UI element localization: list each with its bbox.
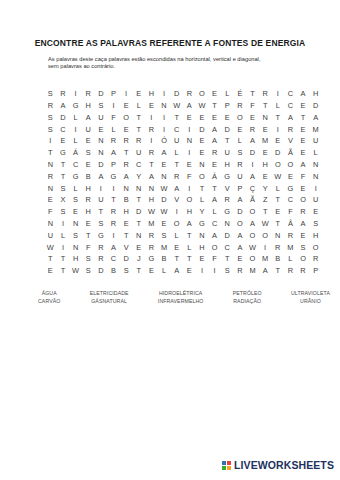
- grid-cell[interactable]: E: [145, 100, 158, 112]
- grid-cell[interactable]: A: [158, 147, 171, 159]
- grid-cell[interactable]: E: [145, 265, 158, 277]
- grid-cell[interactable]: A: [234, 230, 247, 242]
- grid-cell[interactable]: P: [309, 265, 322, 277]
- grid-cell[interactable]: W: [145, 206, 158, 218]
- grid-cell[interactable]: H: [309, 88, 322, 100]
- grid-cell[interactable]: N: [259, 112, 272, 124]
- grid-cell[interactable]: C: [132, 159, 145, 171]
- grid-cell[interactable]: E: [297, 100, 310, 112]
- grid-cell[interactable]: O: [271, 159, 284, 171]
- grid-cell[interactable]: N: [158, 171, 171, 183]
- grid-cell[interactable]: E: [221, 112, 234, 124]
- grid-cell[interactable]: A: [297, 218, 310, 230]
- grid-cell[interactable]: I: [120, 88, 133, 100]
- grid-cell[interactable]: E: [259, 123, 272, 135]
- grid-cell[interactable]: A: [95, 171, 108, 183]
- grid-cell[interactable]: T: [259, 100, 272, 112]
- grid-cell[interactable]: A: [183, 218, 196, 230]
- grid-cell[interactable]: N: [309, 159, 322, 171]
- grid-cell[interactable]: N: [95, 147, 108, 159]
- grid-cell[interactable]: T: [170, 253, 183, 265]
- grid-cell[interactable]: W: [44, 241, 57, 253]
- grid-cell[interactable]: J: [132, 253, 145, 265]
- grid-cell[interactable]: Ã: [246, 194, 259, 206]
- grid-cell[interactable]: R: [82, 194, 95, 206]
- grid-cell[interactable]: I: [57, 241, 70, 253]
- grid-cell[interactable]: G: [69, 100, 82, 112]
- grid-cell[interactable]: G: [95, 230, 108, 242]
- grid-cell[interactable]: T: [183, 230, 196, 242]
- word-grid[interactable]: SRIRDPIEHIDROELÉTRICAHRAGHSIELENWAWTPRFT…: [44, 88, 322, 277]
- grid-cell[interactable]: N: [145, 182, 158, 194]
- grid-cell[interactable]: I: [95, 182, 108, 194]
- grid-cell[interactable]: T: [132, 194, 145, 206]
- grid-cell[interactable]: D: [246, 147, 259, 159]
- grid-cell[interactable]: M: [145, 218, 158, 230]
- grid-cell[interactable]: S: [57, 182, 70, 194]
- grid-cell[interactable]: G: [196, 218, 209, 230]
- grid-cell[interactable]: E: [132, 88, 145, 100]
- grid-cell[interactable]: O: [297, 253, 310, 265]
- grid-cell[interactable]: L: [158, 265, 171, 277]
- grid-cell[interactable]: D: [120, 253, 133, 265]
- grid-cell[interactable]: E: [208, 159, 221, 171]
- grid-cell[interactable]: W: [69, 265, 82, 277]
- grid-cell[interactable]: E: [297, 135, 310, 147]
- grid-cell[interactable]: E: [271, 206, 284, 218]
- grid-cell[interactable]: I: [69, 123, 82, 135]
- grid-cell[interactable]: T: [259, 206, 272, 218]
- grid-cell[interactable]: L: [107, 123, 120, 135]
- grid-cell[interactable]: R: [107, 218, 120, 230]
- grid-cell[interactable]: A: [246, 171, 259, 183]
- grid-cell[interactable]: R: [107, 206, 120, 218]
- grid-cell[interactable]: I: [259, 241, 272, 253]
- grid-cell[interactable]: S: [44, 112, 57, 124]
- grid-cell[interactable]: N: [158, 100, 171, 112]
- grid-cell[interactable]: G: [284, 182, 297, 194]
- grid-cell[interactable]: I: [145, 135, 158, 147]
- grid-cell[interactable]: T: [57, 159, 70, 171]
- grid-cell[interactable]: I: [208, 265, 221, 277]
- grid-cell[interactable]: O: [284, 159, 297, 171]
- grid-cell[interactable]: E: [271, 135, 284, 147]
- grid-cell[interactable]: E: [208, 112, 221, 124]
- grid-cell[interactable]: I: [170, 206, 183, 218]
- grid-cell[interactable]: S: [57, 206, 70, 218]
- grid-cell[interactable]: R: [120, 135, 133, 147]
- grid-cell[interactable]: M: [259, 135, 272, 147]
- grid-cell[interactable]: E: [183, 159, 196, 171]
- grid-cell[interactable]: H: [221, 159, 234, 171]
- grid-cell[interactable]: P: [221, 100, 234, 112]
- grid-cell[interactable]: R: [259, 88, 272, 100]
- grid-cell[interactable]: R: [297, 206, 310, 218]
- grid-cell[interactable]: I: [107, 230, 120, 242]
- grid-cell[interactable]: U: [132, 147, 145, 159]
- grid-cell[interactable]: S: [158, 230, 171, 242]
- grid-cell[interactable]: S: [309, 218, 322, 230]
- grid-cell[interactable]: I: [107, 100, 120, 112]
- grid-cell[interactable]: T: [132, 265, 145, 277]
- grid-cell[interactable]: N: [132, 182, 145, 194]
- grid-cell[interactable]: L: [208, 206, 221, 218]
- grid-cell[interactable]: H: [196, 241, 209, 253]
- grid-cell[interactable]: T: [271, 218, 284, 230]
- grid-cell[interactable]: C: [107, 253, 120, 265]
- grid-cell[interactable]: D: [170, 88, 183, 100]
- grid-cell[interactable]: C: [284, 88, 297, 100]
- grid-cell[interactable]: A: [57, 100, 70, 112]
- grid-cell[interactable]: X: [57, 194, 70, 206]
- grid-cell[interactable]: D: [95, 159, 108, 171]
- grid-cell[interactable]: W: [246, 241, 259, 253]
- grid-cell[interactable]: I: [246, 159, 259, 171]
- grid-cell[interactable]: R: [234, 100, 247, 112]
- grid-cell[interactable]: L: [309, 147, 322, 159]
- grid-cell[interactable]: R: [271, 241, 284, 253]
- grid-cell[interactable]: L: [196, 194, 209, 206]
- grid-cell[interactable]: P: [107, 159, 120, 171]
- grid-cell[interactable]: A: [259, 265, 272, 277]
- grid-cell[interactable]: I: [196, 265, 209, 277]
- grid-cell[interactable]: L: [170, 147, 183, 159]
- grid-cell[interactable]: T: [170, 112, 183, 124]
- grid-cell[interactable]: A: [284, 112, 297, 124]
- grid-cell[interactable]: A: [107, 241, 120, 253]
- grid-cell[interactable]: D: [221, 123, 234, 135]
- grid-cell[interactable]: A: [234, 194, 247, 206]
- grid-cell[interactable]: A: [297, 88, 310, 100]
- grid-cell[interactable]: R: [57, 88, 70, 100]
- grid-cell[interactable]: R: [145, 230, 158, 242]
- grid-cell[interactable]: H: [82, 182, 95, 194]
- grid-cell[interactable]: Á: [208, 171, 221, 183]
- grid-cell[interactable]: R: [145, 241, 158, 253]
- grid-cell[interactable]: A: [234, 241, 247, 253]
- grid-cell[interactable]: E: [297, 230, 310, 242]
- grid-cell[interactable]: T: [208, 182, 221, 194]
- grid-cell[interactable]: O: [246, 253, 259, 265]
- grid-cell[interactable]: A: [208, 194, 221, 206]
- grid-cell[interactable]: L: [132, 100, 145, 112]
- grid-cell[interactable]: T: [82, 230, 95, 242]
- grid-cell[interactable]: E: [196, 135, 209, 147]
- grid-cell[interactable]: R: [44, 100, 57, 112]
- grid-cell[interactable]: F: [183, 171, 196, 183]
- grid-cell[interactable]: T: [246, 88, 259, 100]
- grid-cell[interactable]: R: [246, 123, 259, 135]
- grid-cell[interactable]: F: [246, 100, 259, 112]
- grid-cell[interactable]: C: [208, 218, 221, 230]
- grid-cell[interactable]: D: [57, 112, 70, 124]
- grid-cell[interactable]: D: [95, 88, 108, 100]
- grid-cell[interactable]: I: [44, 135, 57, 147]
- grid-cell[interactable]: E: [82, 135, 95, 147]
- grid-cell[interactable]: E: [183, 265, 196, 277]
- grid-cell[interactable]: A: [120, 171, 133, 183]
- grid-cell[interactable]: N: [44, 182, 57, 194]
- grid-cell[interactable]: A: [183, 100, 196, 112]
- grid-cell[interactable]: H: [69, 253, 82, 265]
- grid-cell[interactable]: W: [158, 182, 171, 194]
- grid-cell[interactable]: C: [57, 123, 70, 135]
- grid-cell[interactable]: T: [44, 147, 57, 159]
- grid-cell[interactable]: O: [234, 112, 247, 124]
- grid-cell[interactable]: A: [246, 218, 259, 230]
- grid-cell[interactable]: R: [145, 123, 158, 135]
- grid-cell[interactable]: U: [309, 135, 322, 147]
- grid-cell[interactable]: D: [95, 265, 108, 277]
- grid-cell[interactable]: R: [297, 265, 310, 277]
- grid-cell[interactable]: R: [132, 135, 145, 147]
- grid-cell[interactable]: T: [95, 206, 108, 218]
- grid-cell[interactable]: E: [120, 123, 133, 135]
- grid-cell[interactable]: U: [95, 112, 108, 124]
- grid-cell[interactable]: I: [158, 123, 171, 135]
- grid-cell[interactable]: D: [271, 147, 284, 159]
- grid-cell[interactable]: T: [132, 218, 145, 230]
- grid-cell[interactable]: U: [309, 194, 322, 206]
- grid-cell[interactable]: T: [132, 123, 145, 135]
- grid-cell[interactable]: T: [297, 112, 310, 124]
- grid-cell[interactable]: E: [309, 206, 322, 218]
- grid-cell[interactable]: L: [271, 100, 284, 112]
- grid-cell[interactable]: P: [234, 182, 247, 194]
- grid-cell[interactable]: R: [284, 265, 297, 277]
- grid-cell[interactable]: N: [196, 159, 209, 171]
- grid-cell[interactable]: G: [221, 206, 234, 218]
- grid-cell[interactable]: Z: [259, 194, 272, 206]
- grid-cell[interactable]: E: [259, 147, 272, 159]
- grid-cell[interactable]: H: [259, 159, 272, 171]
- grid-cell[interactable]: G: [107, 171, 120, 183]
- grid-cell[interactable]: E: [158, 159, 171, 171]
- grid-cell[interactable]: B: [120, 194, 133, 206]
- grid-cell[interactable]: L: [69, 135, 82, 147]
- grid-cell[interactable]: H: [120, 206, 133, 218]
- grid-cell[interactable]: O: [170, 218, 183, 230]
- grid-cell[interactable]: L: [69, 182, 82, 194]
- grid-cell[interactable]: A: [208, 135, 221, 147]
- grid-cell[interactable]: S: [297, 241, 310, 253]
- grid-cell[interactable]: R: [120, 159, 133, 171]
- grid-cell[interactable]: R: [44, 171, 57, 183]
- grid-cell[interactable]: T: [271, 265, 284, 277]
- grid-cell[interactable]: T: [120, 230, 133, 242]
- grid-cell[interactable]: N: [69, 218, 82, 230]
- grid-cell[interactable]: C: [221, 241, 234, 253]
- grid-cell[interactable]: O: [297, 194, 310, 206]
- grid-cell[interactable]: E: [234, 123, 247, 135]
- grid-cell[interactable]: E: [259, 171, 272, 183]
- grid-cell[interactable]: H: [145, 88, 158, 100]
- grid-cell[interactable]: Á: [69, 147, 82, 159]
- grid-cell[interactable]: O: [309, 241, 322, 253]
- grid-cell[interactable]: O: [246, 230, 259, 242]
- grid-cell[interactable]: S: [95, 218, 108, 230]
- grid-cell[interactable]: M: [284, 241, 297, 253]
- grid-cell[interactable]: E: [120, 218, 133, 230]
- grid-cell[interactable]: U: [44, 230, 57, 242]
- grid-cell[interactable]: Ã: [284, 147, 297, 159]
- grid-cell[interactable]: I: [309, 182, 322, 194]
- grid-cell[interactable]: F: [107, 112, 120, 124]
- grid-cell[interactable]: L: [284, 253, 297, 265]
- grid-cell[interactable]: O: [196, 88, 209, 100]
- grid-cell[interactable]: C: [284, 194, 297, 206]
- grid-cell[interactable]: T: [271, 112, 284, 124]
- grid-cell[interactable]: C: [284, 100, 297, 112]
- grid-cell[interactable]: L: [170, 230, 183, 242]
- grid-cell[interactable]: E: [284, 171, 297, 183]
- grid-cell[interactable]: E: [82, 218, 95, 230]
- grid-cell[interactable]: R: [82, 88, 95, 100]
- grid-cell[interactable]: N: [95, 135, 108, 147]
- grid-cell[interactable]: I: [69, 88, 82, 100]
- grid-cell[interactable]: S: [44, 88, 57, 100]
- grid-cell[interactable]: R: [284, 230, 297, 242]
- grid-cell[interactable]: W: [170, 100, 183, 112]
- grid-cell[interactable]: R: [234, 265, 247, 277]
- grid-cell[interactable]: N: [120, 182, 133, 194]
- grid-cell[interactable]: A: [246, 135, 259, 147]
- grid-cell[interactable]: G: [57, 147, 70, 159]
- grid-cell[interactable]: G: [221, 171, 234, 183]
- grid-cell[interactable]: R: [183, 88, 196, 100]
- grid-cell[interactable]: Â: [284, 218, 297, 230]
- grid-cell[interactable]: D: [309, 100, 322, 112]
- grid-cell[interactable]: E: [57, 135, 70, 147]
- grid-cell[interactable]: U: [95, 194, 108, 206]
- grid-cell[interactable]: P: [107, 88, 120, 100]
- grid-cell[interactable]: R: [284, 123, 297, 135]
- grid-cell[interactable]: S: [69, 230, 82, 242]
- grid-cell[interactable]: A: [170, 265, 183, 277]
- grid-cell[interactable]: T: [57, 265, 70, 277]
- grid-cell[interactable]: T: [44, 253, 57, 265]
- grid-cell[interactable]: O: [259, 230, 272, 242]
- grid-cell[interactable]: U: [82, 123, 95, 135]
- grid-cell[interactable]: R: [309, 253, 322, 265]
- grid-cell[interactable]: S: [69, 194, 82, 206]
- grid-cell[interactable]: L: [234, 135, 247, 147]
- grid-cell[interactable]: Ç: [246, 182, 259, 194]
- grid-cell[interactable]: A: [145, 171, 158, 183]
- grid-cell[interactable]: B: [82, 171, 95, 183]
- grid-cell[interactable]: O: [120, 112, 133, 124]
- grid-cell[interactable]: R: [234, 159, 247, 171]
- grid-cell[interactable]: T: [107, 194, 120, 206]
- grid-cell[interactable]: Y: [196, 206, 209, 218]
- grid-cell[interactable]: O: [196, 171, 209, 183]
- grid-cell[interactable]: W: [259, 218, 272, 230]
- grid-cell[interactable]: T: [221, 253, 234, 265]
- grid-cell[interactable]: R: [145, 147, 158, 159]
- grid-cell[interactable]: N: [44, 218, 57, 230]
- grid-cell[interactable]: E: [120, 100, 133, 112]
- grid-cell[interactable]: T: [221, 135, 234, 147]
- grid-cell[interactable]: M: [246, 265, 259, 277]
- grid-cell[interactable]: F: [44, 206, 57, 218]
- grid-cell[interactable]: U: [234, 171, 247, 183]
- grid-cell[interactable]: A: [170, 182, 183, 194]
- grid-cell[interactable]: E: [69, 206, 82, 218]
- grid-cell[interactable]: E: [196, 253, 209, 265]
- grid-cell[interactable]: I: [158, 112, 171, 124]
- grid-cell[interactable]: H: [145, 194, 158, 206]
- grid-cell[interactable]: T: [57, 171, 70, 183]
- grid-cell[interactable]: T: [196, 182, 209, 194]
- grid-cell[interactable]: E: [297, 147, 310, 159]
- grid-cell[interactable]: F: [284, 206, 297, 218]
- grid-cell[interactable]: É: [234, 88, 247, 100]
- grid-cell[interactable]: N: [183, 135, 196, 147]
- grid-cell[interactable]: T: [208, 100, 221, 112]
- grid-cell[interactable]: A: [208, 123, 221, 135]
- grid-cell[interactable]: E: [234, 253, 247, 265]
- grid-cell[interactable]: E: [297, 123, 310, 135]
- grid-cell[interactable]: N: [271, 230, 284, 242]
- grid-cell[interactable]: H: [183, 206, 196, 218]
- grid-cell[interactable]: V: [284, 135, 297, 147]
- grid-cell[interactable]: V: [170, 194, 183, 206]
- grid-cell[interactable]: I: [183, 123, 196, 135]
- grid-cell[interactable]: I: [183, 182, 196, 194]
- grid-cell[interactable]: S: [221, 265, 234, 277]
- grid-cell[interactable]: N: [132, 230, 145, 242]
- grid-cell[interactable]: U: [170, 135, 183, 147]
- grid-cell[interactable]: R: [95, 241, 108, 253]
- grid-cell[interactable]: E: [183, 112, 196, 124]
- grid-cell[interactable]: A: [82, 112, 95, 124]
- grid-cell[interactable]: T: [145, 159, 158, 171]
- grid-cell[interactable]: T: [132, 112, 145, 124]
- grid-cell[interactable]: R: [221, 194, 234, 206]
- grid-cell[interactable]: E: [297, 182, 310, 194]
- grid-cell[interactable]: R: [95, 253, 108, 265]
- grid-cell[interactable]: A: [208, 230, 221, 242]
- grid-cell[interactable]: T: [183, 253, 196, 265]
- grid-cell[interactable]: S: [120, 265, 133, 277]
- grid-cell[interactable]: B: [271, 253, 284, 265]
- grid-cell[interactable]: E: [44, 194, 57, 206]
- grid-cell[interactable]: I: [57, 218, 70, 230]
- grid-cell[interactable]: N: [196, 230, 209, 242]
- grid-cell[interactable]: B: [107, 265, 120, 277]
- grid-cell[interactable]: T: [57, 253, 70, 265]
- grid-cell[interactable]: W: [271, 171, 284, 183]
- grid-cell[interactable]: N: [221, 218, 234, 230]
- grid-cell[interactable]: N: [309, 171, 322, 183]
- grid-cell[interactable]: I: [145, 112, 158, 124]
- grid-cell[interactable]: Y: [132, 171, 145, 183]
- grid-cell[interactable]: O: [234, 218, 247, 230]
- grid-cell[interactable]: W: [158, 206, 171, 218]
- grid-cell[interactable]: S: [234, 147, 247, 159]
- grid-cell[interactable]: E: [246, 112, 259, 124]
- grid-cell[interactable]: C: [69, 159, 82, 171]
- grid-cell[interactable]: S: [44, 123, 57, 135]
- grid-cell[interactable]: L: [221, 88, 234, 100]
- grid-cell[interactable]: O: [246, 206, 259, 218]
- grid-cell[interactable]: H: [82, 206, 95, 218]
- grid-cell[interactable]: R: [208, 147, 221, 159]
- grid-cell[interactable]: R: [107, 135, 120, 147]
- grid-cell[interactable]: Ó: [158, 135, 171, 147]
- grid-cell[interactable]: N: [69, 241, 82, 253]
- grid-cell[interactable]: C: [170, 123, 183, 135]
